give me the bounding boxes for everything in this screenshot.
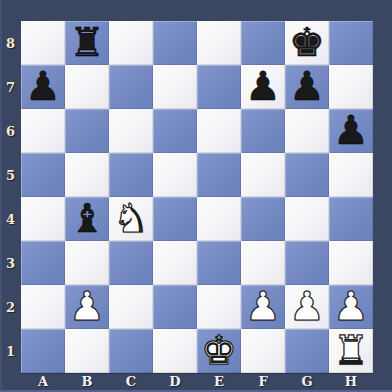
square-a1[interactable] xyxy=(21,329,65,373)
square-a2[interactable] xyxy=(21,285,65,329)
square-b8[interactable]: ♜ xyxy=(65,21,109,65)
square-c3[interactable] xyxy=(109,241,153,285)
file-label-h: H xyxy=(329,372,373,391)
square-b2[interactable]: ♟ xyxy=(65,285,109,329)
file-label-b: B xyxy=(65,372,109,391)
square-d4[interactable] xyxy=(153,197,197,241)
square-h3[interactable] xyxy=(329,241,373,285)
square-b6[interactable] xyxy=(65,109,109,153)
piece-black-pawn[interactable]: ♟ xyxy=(289,66,325,106)
square-b7[interactable] xyxy=(65,65,109,109)
square-e3[interactable] xyxy=(197,241,241,285)
rank-label-4: 4 xyxy=(0,197,21,241)
piece-white-pawn[interactable]: ♟ xyxy=(69,286,105,326)
square-h4[interactable] xyxy=(329,197,373,241)
file-label-f: F xyxy=(241,372,285,391)
square-a3[interactable] xyxy=(21,241,65,285)
rank-label-3: 3 xyxy=(0,241,21,285)
piece-white-pawn[interactable]: ♟ xyxy=(289,286,325,326)
square-a5[interactable] xyxy=(21,153,65,197)
square-b1[interactable] xyxy=(65,329,109,373)
square-c8[interactable] xyxy=(109,21,153,65)
square-d2[interactable] xyxy=(153,285,197,329)
square-e1[interactable]: ♚ xyxy=(197,329,241,373)
file-label-a: A xyxy=(21,372,65,391)
piece-black-rook[interactable]: ♜ xyxy=(69,22,105,62)
square-a7[interactable]: ♟ xyxy=(21,65,65,109)
rank-label-1: 1 xyxy=(0,329,21,373)
square-c2[interactable] xyxy=(109,285,153,329)
square-g7[interactable]: ♟ xyxy=(285,65,329,109)
chess-board: ♜♚♟♟♟♟♝♞♟♟♟♟♚♜ xyxy=(21,21,373,374)
piece-white-knight[interactable]: ♞ xyxy=(113,198,149,238)
square-b4[interactable]: ♝ xyxy=(65,197,109,241)
piece-white-rook[interactable]: ♜ xyxy=(333,330,369,370)
square-g6[interactable] xyxy=(285,109,329,153)
rank-label-2: 2 xyxy=(0,285,21,329)
piece-white-king[interactable]: ♚ xyxy=(201,330,237,370)
square-d8[interactable] xyxy=(153,21,197,65)
square-e6[interactable] xyxy=(197,109,241,153)
square-c5[interactable] xyxy=(109,153,153,197)
square-d3[interactable] xyxy=(153,241,197,285)
file-label-e: E xyxy=(197,372,241,391)
square-f8[interactable] xyxy=(241,21,285,65)
square-h1[interactable]: ♜ xyxy=(329,329,373,373)
square-a8[interactable] xyxy=(21,21,65,65)
square-e5[interactable] xyxy=(197,153,241,197)
square-b3[interactable] xyxy=(65,241,109,285)
square-g4[interactable] xyxy=(285,197,329,241)
rank-label-7: 7 xyxy=(0,65,21,109)
square-h6[interactable]: ♟ xyxy=(329,109,373,153)
file-label-d: D xyxy=(153,372,197,391)
square-d7[interactable] xyxy=(153,65,197,109)
square-b5[interactable] xyxy=(65,153,109,197)
square-h8[interactable] xyxy=(329,21,373,65)
chess-diagram-frame: 87654321 ABCDEFGH ♜♚♟♟♟♟♝♞♟♟♟♟♚♜ xyxy=(0,0,392,392)
square-g8[interactable]: ♚ xyxy=(285,21,329,65)
rank-label-6: 6 xyxy=(0,109,21,153)
square-f7[interactable]: ♟ xyxy=(241,65,285,109)
piece-white-pawn[interactable]: ♟ xyxy=(245,286,281,326)
square-f4[interactable] xyxy=(241,197,285,241)
piece-white-pawn[interactable]: ♟ xyxy=(333,286,369,326)
file-label-c: C xyxy=(109,372,153,391)
square-g5[interactable] xyxy=(285,153,329,197)
piece-black-pawn[interactable]: ♟ xyxy=(25,66,61,106)
square-g1[interactable] xyxy=(285,329,329,373)
square-f6[interactable] xyxy=(241,109,285,153)
file-label-g: G xyxy=(285,372,329,391)
piece-black-pawn[interactable]: ♟ xyxy=(333,110,369,150)
square-d1[interactable] xyxy=(153,329,197,373)
rank-label-8: 8 xyxy=(0,21,21,65)
square-d5[interactable] xyxy=(153,153,197,197)
square-g3[interactable] xyxy=(285,241,329,285)
square-d6[interactable] xyxy=(153,109,197,153)
square-f3[interactable] xyxy=(241,241,285,285)
square-e4[interactable] xyxy=(197,197,241,241)
square-f1[interactable] xyxy=(241,329,285,373)
square-e8[interactable] xyxy=(197,21,241,65)
square-g2[interactable]: ♟ xyxy=(285,285,329,329)
rank-label-5: 5 xyxy=(0,153,21,197)
square-c6[interactable] xyxy=(109,109,153,153)
square-e7[interactable] xyxy=(197,65,241,109)
square-f2[interactable]: ♟ xyxy=(241,285,285,329)
square-e2[interactable] xyxy=(197,285,241,329)
piece-black-king[interactable]: ♚ xyxy=(289,22,325,62)
square-c7[interactable] xyxy=(109,65,153,109)
square-c1[interactable] xyxy=(109,329,153,373)
piece-black-pawn[interactable]: ♟ xyxy=(245,66,281,106)
square-a4[interactable] xyxy=(21,197,65,241)
square-h5[interactable] xyxy=(329,153,373,197)
square-a6[interactable] xyxy=(21,109,65,153)
square-h7[interactable] xyxy=(329,65,373,109)
square-c4[interactable]: ♞ xyxy=(109,197,153,241)
square-f5[interactable] xyxy=(241,153,285,197)
piece-black-bishop[interactable]: ♝ xyxy=(69,198,105,238)
square-h2[interactable]: ♟ xyxy=(329,285,373,329)
